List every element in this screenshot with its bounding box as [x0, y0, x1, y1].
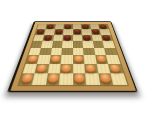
dark-checker[interactable]	[99, 24, 107, 28]
dark-checker[interactable]	[44, 35, 53, 40]
scene	[0, 0, 150, 120]
light-checker[interactable]	[20, 74, 33, 83]
dark-checker[interactable]	[64, 35, 72, 40]
square-r7c5[interactable]	[73, 64, 86, 74]
dark-checker[interactable]	[73, 29, 80, 33]
dark-checker[interactable]	[92, 29, 100, 33]
square-r6c8[interactable]	[106, 55, 120, 64]
square-r7c3[interactable]	[47, 64, 60, 74]
light-checker[interactable]	[36, 64, 47, 72]
light-checker[interactable]	[47, 74, 58, 83]
square-r4c8[interactable]	[102, 41, 114, 48]
square-20[interactable]	[104, 48, 117, 56]
light-checker[interactable]	[99, 74, 111, 83]
square-23[interactable]	[73, 55, 85, 64]
dark-checker[interactable]	[102, 35, 111, 40]
square-22[interactable]	[49, 55, 62, 64]
square-r8c4[interactable]	[59, 73, 73, 84]
square-r5c5[interactable]	[73, 48, 84, 56]
square-26[interactable]	[60, 64, 73, 74]
square-30[interactable]	[45, 73, 59, 84]
light-checker[interactable]	[50, 56, 60, 63]
square-31[interactable]	[73, 73, 87, 84]
square-14[interactable]	[52, 41, 63, 48]
dark-checker[interactable]	[36, 29, 44, 33]
light-checker[interactable]	[74, 56, 83, 63]
square-r5c3[interactable]	[50, 48, 62, 56]
light-checker[interactable]	[86, 64, 96, 72]
dark-checker[interactable]	[82, 24, 89, 28]
dark-checker[interactable]	[55, 29, 63, 33]
square-18[interactable]	[61, 48, 72, 56]
checkers-board	[7, 21, 138, 92]
dark-checker[interactable]	[83, 35, 91, 40]
dark-checker[interactable]	[65, 24, 72, 28]
light-checker[interactable]	[27, 56, 38, 63]
light-checker[interactable]	[109, 64, 121, 72]
light-checker[interactable]	[61, 64, 71, 72]
square-15[interactable]	[73, 41, 84, 48]
square-r6c4[interactable]	[61, 55, 73, 64]
dark-checker[interactable]	[47, 24, 55, 28]
square-r4c4[interactable]	[62, 41, 73, 48]
light-checker[interactable]	[96, 56, 106, 63]
light-checker[interactable]	[74, 74, 85, 83]
